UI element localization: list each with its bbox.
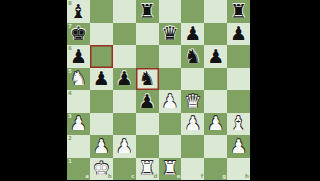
square-f1[interactable]: f	[181, 158, 204, 181]
square-a8[interactable]: 8♝	[67, 0, 90, 23]
square-a7[interactable]: 7♚	[67, 23, 90, 46]
black-pawn[interactable]: ♟	[139, 91, 156, 110]
black-pawn[interactable]: ♟	[70, 46, 87, 65]
square-e4[interactable]: ♟	[159, 90, 182, 113]
square-f8[interactable]	[181, 0, 204, 23]
square-g7[interactable]	[204, 23, 227, 46]
square-f6[interactable]: ♞	[181, 45, 204, 68]
square-e5[interactable]	[159, 68, 182, 91]
square-c2[interactable]: ♟	[113, 135, 136, 158]
square-g6[interactable]: ♟	[204, 45, 227, 68]
square-c4[interactable]	[113, 90, 136, 113]
square-b3[interactable]	[90, 113, 113, 136]
black-king[interactable]: ♚	[70, 24, 87, 43]
square-h1[interactable]: h	[227, 158, 250, 181]
black-pawn[interactable]: ♟	[184, 24, 201, 43]
square-h8[interactable]: ♜	[227, 0, 250, 23]
square-c7[interactable]	[113, 23, 136, 46]
square-h3[interactable]: ♝	[227, 113, 250, 136]
square-b4[interactable]	[90, 90, 113, 113]
square-e8[interactable]	[159, 0, 182, 23]
square-g1[interactable]: g	[204, 158, 227, 181]
white-rook[interactable]: ♜	[161, 159, 178, 178]
white-pawn[interactable]: ♟	[184, 114, 201, 133]
square-d1[interactable]: d♜	[136, 158, 159, 181]
square-a2[interactable]: 2	[67, 135, 90, 158]
square-g8[interactable]	[204, 0, 227, 23]
square-f7[interactable]: ♟	[181, 23, 204, 46]
square-e3[interactable]	[159, 113, 182, 136]
video-frame: 8♝♜♜7♚♛♟♟6♟♞♟5♞♟♟♞4♟♟♛3♟♟♟♝2♟♟♟1ab♚cd♜e♜…	[0, 0, 320, 180]
black-queen[interactable]: ♛	[161, 24, 178, 43]
square-d3[interactable]	[136, 113, 159, 136]
white-pawn[interactable]: ♟	[116, 136, 133, 155]
square-h5[interactable]	[227, 68, 250, 91]
black-pawn[interactable]: ♟	[207, 46, 224, 65]
square-d6[interactable]	[136, 45, 159, 68]
square-b7[interactable]	[90, 23, 113, 46]
square-a5[interactable]: 5♞	[67, 68, 90, 91]
square-h6[interactable]	[227, 45, 250, 68]
white-knight[interactable]: ♞	[70, 69, 87, 88]
square-g5[interactable]	[204, 68, 227, 91]
square-c3[interactable]	[113, 113, 136, 136]
white-pawn[interactable]: ♟	[70, 114, 87, 133]
black-pawn[interactable]: ♟	[116, 69, 133, 88]
square-g3[interactable]: ♟	[204, 113, 227, 136]
square-c5[interactable]: ♟	[113, 68, 136, 91]
file-label-a: a	[85, 174, 89, 180]
white-rook[interactable]: ♜	[139, 159, 156, 178]
black-rook[interactable]: ♜	[230, 1, 247, 20]
square-d7[interactable]	[136, 23, 159, 46]
square-h4[interactable]	[227, 90, 250, 113]
rank-label-4: 4	[68, 91, 72, 97]
square-g4[interactable]	[204, 90, 227, 113]
black-knight[interactable]: ♞	[139, 69, 156, 88]
square-c8[interactable]	[113, 0, 136, 23]
white-bishop[interactable]: ♝	[230, 114, 247, 133]
square-f2[interactable]	[181, 135, 204, 158]
square-e1[interactable]: e♜	[159, 158, 182, 181]
white-queen[interactable]: ♛	[184, 91, 201, 110]
square-b8[interactable]	[90, 0, 113, 23]
white-pawn[interactable]: ♟	[230, 136, 247, 155]
square-b1[interactable]: b♚	[90, 158, 113, 181]
rank-label-2: 2	[68, 136, 72, 142]
white-pawn[interactable]: ♟	[207, 114, 224, 133]
black-knight[interactable]: ♞	[184, 46, 201, 65]
left-letterbox-bar	[0, 0, 67, 180]
black-pawn[interactable]: ♟	[93, 69, 110, 88]
square-c6[interactable]	[113, 45, 136, 68]
square-h7[interactable]: ♟	[227, 23, 250, 46]
black-pawn[interactable]: ♟	[230, 24, 247, 43]
square-h2[interactable]: ♟	[227, 135, 250, 158]
rank-label-1: 1	[68, 159, 72, 165]
white-pawn[interactable]: ♟	[93, 136, 110, 155]
file-label-f: f	[201, 174, 203, 180]
square-e6[interactable]	[159, 45, 182, 68]
square-b6[interactable]	[90, 45, 113, 68]
square-d4[interactable]: ♟	[136, 90, 159, 113]
square-e7[interactable]: ♛	[159, 23, 182, 46]
square-d8[interactable]: ♜	[136, 0, 159, 23]
square-c1[interactable]: c	[113, 158, 136, 181]
chess-board[interactable]: 8♝♜♜7♚♛♟♟6♟♞♟5♞♟♟♞4♟♟♛3♟♟♟♝2♟♟♟1ab♚cd♜e♜…	[67, 0, 250, 180]
square-d5[interactable]: ♞	[136, 68, 159, 91]
square-e2[interactable]	[159, 135, 182, 158]
square-b5[interactable]: ♟	[90, 68, 113, 91]
file-label-h: h	[245, 174, 249, 180]
square-g2[interactable]	[204, 135, 227, 158]
square-b2[interactable]: ♟	[90, 135, 113, 158]
file-label-c: c	[131, 174, 134, 180]
square-a6[interactable]: 6♟	[67, 45, 90, 68]
square-a3[interactable]: 3♟	[67, 113, 90, 136]
black-rook[interactable]: ♜	[139, 1, 156, 20]
square-d2[interactable]	[136, 135, 159, 158]
square-f3[interactable]: ♟	[181, 113, 204, 136]
black-bishop[interactable]: ♝	[70, 1, 87, 20]
square-a4[interactable]: 4	[67, 90, 90, 113]
square-f4[interactable]: ♛	[181, 90, 204, 113]
right-letterbox-bar	[250, 0, 320, 180]
square-f5[interactable]	[181, 68, 204, 91]
white-king[interactable]: ♚	[93, 159, 110, 178]
file-label-g: g	[222, 174, 226, 180]
square-a1[interactable]: 1a	[67, 158, 90, 181]
white-pawn[interactable]: ♟	[161, 91, 178, 110]
